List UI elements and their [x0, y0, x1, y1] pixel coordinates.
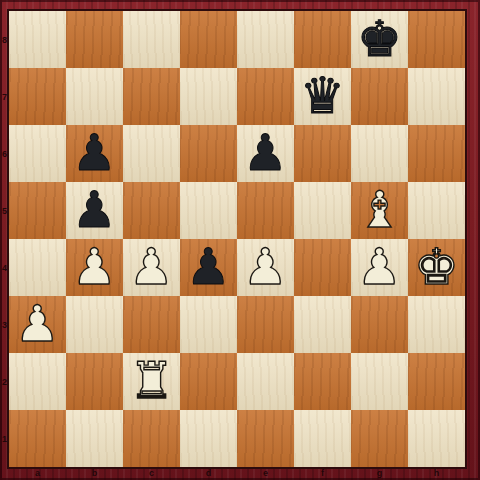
rank-label-5: 5	[0, 182, 9, 239]
piece-white-pawn[interactable]: ♟	[15, 299, 60, 349]
square-g2[interactable]	[351, 353, 408, 410]
rank-label-7: 7	[0, 68, 9, 125]
piece-white-pawn[interactable]: ♟	[129, 242, 174, 292]
square-b4[interactable]: ♟	[66, 239, 123, 296]
square-a3[interactable]: ♟	[9, 296, 66, 353]
square-g3[interactable]	[351, 296, 408, 353]
square-b2[interactable]	[66, 353, 123, 410]
square-c8[interactable]	[123, 11, 180, 68]
piece-black-queen[interactable]: ♛	[300, 71, 345, 121]
square-e3[interactable]	[237, 296, 294, 353]
square-d5[interactable]	[180, 182, 237, 239]
square-c5[interactable]	[123, 182, 180, 239]
file-label-e: e	[237, 467, 294, 480]
square-b5[interactable]: ♟	[66, 182, 123, 239]
square-f5[interactable]	[294, 182, 351, 239]
file-label-b: b	[66, 467, 123, 480]
piece-black-pawn[interactable]: ♟	[72, 185, 117, 235]
piece-white-pawn[interactable]: ♟	[72, 242, 117, 292]
piece-white-pawn[interactable]: ♟	[357, 242, 402, 292]
square-f7[interactable]: ♛	[294, 68, 351, 125]
file-label-f: f	[294, 467, 351, 480]
rank-label-4: 4	[0, 239, 9, 296]
square-d4[interactable]: ♟	[180, 239, 237, 296]
file-label-a: a	[9, 467, 66, 480]
square-e2[interactable]	[237, 353, 294, 410]
piece-black-king[interactable]: ♚	[357, 14, 402, 64]
square-h3[interactable]	[408, 296, 465, 353]
square-g5[interactable]: ♝	[351, 182, 408, 239]
square-a8[interactable]	[9, 11, 66, 68]
square-f2[interactable]	[294, 353, 351, 410]
file-labels: abcdefgh	[9, 467, 465, 480]
file-label-g: g	[351, 467, 408, 480]
square-g8[interactable]: ♚	[351, 11, 408, 68]
square-c1[interactable]	[123, 410, 180, 467]
square-b8[interactable]	[66, 11, 123, 68]
square-e4[interactable]: ♟	[237, 239, 294, 296]
square-c7[interactable]	[123, 68, 180, 125]
square-d7[interactable]	[180, 68, 237, 125]
square-f4[interactable]	[294, 239, 351, 296]
square-h5[interactable]	[408, 182, 465, 239]
chess-board-frame: 87654321 abcdefgh ♚♛♟♟♟♝♟♟♟♟♟♚♟♜	[0, 0, 480, 480]
piece-white-pawn[interactable]: ♟	[243, 242, 288, 292]
square-a7[interactable]	[9, 68, 66, 125]
rank-label-1: 1	[0, 410, 9, 467]
piece-white-bishop[interactable]: ♝	[357, 185, 402, 235]
square-h7[interactable]	[408, 68, 465, 125]
square-d1[interactable]	[180, 410, 237, 467]
square-b3[interactable]	[66, 296, 123, 353]
square-a5[interactable]	[9, 182, 66, 239]
square-d6[interactable]	[180, 125, 237, 182]
square-d2[interactable]	[180, 353, 237, 410]
square-c6[interactable]	[123, 125, 180, 182]
rank-labels: 87654321	[0, 11, 9, 467]
square-d3[interactable]	[180, 296, 237, 353]
square-g1[interactable]	[351, 410, 408, 467]
square-g6[interactable]	[351, 125, 408, 182]
square-b1[interactable]	[66, 410, 123, 467]
rank-label-3: 3	[0, 296, 9, 353]
square-d8[interactable]	[180, 11, 237, 68]
square-f1[interactable]	[294, 410, 351, 467]
square-h4[interactable]: ♚	[408, 239, 465, 296]
square-b6[interactable]: ♟	[66, 125, 123, 182]
rank-label-6: 6	[0, 125, 9, 182]
square-a1[interactable]	[9, 410, 66, 467]
square-h1[interactable]	[408, 410, 465, 467]
square-c3[interactable]	[123, 296, 180, 353]
square-b7[interactable]	[66, 68, 123, 125]
square-h2[interactable]	[408, 353, 465, 410]
piece-black-pawn[interactable]: ♟	[243, 128, 288, 178]
chess-board: ♚♛♟♟♟♝♟♟♟♟♟♚♟♜	[9, 11, 465, 467]
square-g7[interactable]	[351, 68, 408, 125]
piece-white-king[interactable]: ♚	[414, 242, 459, 292]
square-e7[interactable]	[237, 68, 294, 125]
square-f6[interactable]	[294, 125, 351, 182]
square-e5[interactable]	[237, 182, 294, 239]
square-f3[interactable]	[294, 296, 351, 353]
square-a6[interactable]	[9, 125, 66, 182]
file-label-d: d	[180, 467, 237, 480]
rank-label-8: 8	[0, 11, 9, 68]
piece-white-rook[interactable]: ♜	[129, 356, 174, 406]
square-e1[interactable]	[237, 410, 294, 467]
square-c2[interactable]: ♜	[123, 353, 180, 410]
rank-label-2: 2	[0, 353, 9, 410]
square-h8[interactable]	[408, 11, 465, 68]
piece-black-pawn[interactable]: ♟	[186, 242, 231, 292]
file-label-h: h	[408, 467, 465, 480]
square-a2[interactable]	[9, 353, 66, 410]
square-g4[interactable]: ♟	[351, 239, 408, 296]
file-label-c: c	[123, 467, 180, 480]
square-f8[interactable]	[294, 11, 351, 68]
square-e6[interactable]: ♟	[237, 125, 294, 182]
square-h6[interactable]	[408, 125, 465, 182]
square-c4[interactable]: ♟	[123, 239, 180, 296]
piece-black-pawn[interactable]: ♟	[72, 128, 117, 178]
square-a4[interactable]	[9, 239, 66, 296]
square-e8[interactable]	[237, 11, 294, 68]
